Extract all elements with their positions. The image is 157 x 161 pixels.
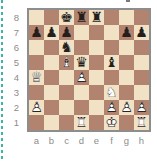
piece-outline: ♕ — [29, 70, 44, 85]
rank-label-2: 2 — [6, 100, 22, 115]
piece-outline: ♖ — [74, 115, 89, 130]
file-label-h: h — [134, 135, 149, 147]
square-h1[interactable]: ♜♖ — [134, 115, 149, 130]
file-label-d: d — [74, 135, 89, 147]
square-e2[interactable] — [89, 100, 104, 115]
square-b6[interactable] — [44, 40, 59, 55]
piece-outline: ♙ — [104, 100, 119, 115]
square-g7[interactable]: ♟ — [119, 25, 134, 40]
square-f3[interactable]: ♞♘ — [104, 85, 119, 100]
piece-outline: ♘ — [104, 85, 119, 100]
square-e5[interactable] — [89, 55, 104, 70]
square-h8[interactable] — [134, 10, 149, 25]
rank-labels: 87654321 — [6, 10, 22, 130]
square-b4[interactable] — [44, 70, 59, 85]
piece-black-rook-d8[interactable]: ♜ — [75, 10, 88, 25]
file-label-c: c — [59, 135, 74, 147]
square-f5[interactable]: ♝ — [104, 55, 119, 70]
square-c5[interactable]: ♝♗ — [59, 55, 74, 70]
square-d5[interactable]: ♛ — [74, 55, 89, 70]
piece-black-pawn-a7[interactable]: ♟ — [30, 25, 43, 40]
piece-white-pawn-h2[interactable]: ♟♙ — [134, 100, 149, 115]
rank-label-7: 7 — [6, 25, 22, 40]
square-d2[interactable] — [74, 100, 89, 115]
piece-black-pawn-b7[interactable]: ♟ — [45, 25, 58, 40]
square-c1[interactable] — [59, 115, 74, 130]
piece-outline: ♖ — [134, 115, 149, 130]
square-g2[interactable]: ♟♙ — [119, 100, 134, 115]
square-a7[interactable]: ♟ — [29, 25, 44, 40]
square-g4[interactable] — [119, 70, 134, 85]
square-d3[interactable] — [74, 85, 89, 100]
piece-outline: ♔ — [104, 115, 119, 130]
square-b1[interactable] — [44, 115, 59, 130]
square-e8[interactable]: ♜ — [89, 10, 104, 25]
square-h7[interactable]: ♟ — [134, 25, 149, 40]
square-b8[interactable] — [44, 10, 59, 25]
square-e6[interactable] — [89, 40, 104, 55]
piece-white-pawn-a2[interactable]: ♟♙ — [29, 100, 44, 115]
square-c7[interactable]: ♟ — [59, 25, 74, 40]
square-a8[interactable] — [29, 10, 44, 25]
chess-diagram: 87654321 ♚♜♜♟♟♟♟♟♞♝♗♛♝♛♕♟♙♞♘♟♙♟♙♟♙♟♙♜♖♚♔… — [0, 0, 157, 161]
square-f6[interactable] — [104, 40, 119, 55]
piece-black-pawn-h7[interactable]: ♟ — [135, 25, 148, 40]
piece-white-king-f1[interactable]: ♚♔ — [104, 115, 119, 130]
piece-white-rook-h1[interactable]: ♜♖ — [134, 115, 149, 130]
square-a5[interactable] — [29, 55, 44, 70]
square-g5[interactable] — [119, 55, 134, 70]
square-c2[interactable] — [59, 100, 74, 115]
file-label-f: f — [104, 135, 119, 147]
file-label-a: a — [29, 135, 44, 147]
square-g1[interactable] — [119, 115, 134, 130]
piece-black-knight-c6[interactable]: ♞ — [60, 40, 73, 55]
square-d1[interactable]: ♜♖ — [74, 115, 89, 130]
piece-white-queen-a4[interactable]: ♛♕ — [29, 70, 44, 85]
piece-white-pawn-g2[interactable]: ♟♙ — [119, 100, 134, 115]
rank-label-4: 4 — [6, 70, 22, 85]
square-b2[interactable] — [44, 100, 59, 115]
square-a3[interactable] — [29, 85, 44, 100]
square-h2[interactable]: ♟♙ — [134, 100, 149, 115]
square-e4[interactable] — [89, 70, 104, 85]
piece-white-knight-f3[interactable]: ♞♘ — [104, 85, 119, 100]
square-c8[interactable]: ♚ — [59, 10, 74, 25]
rank-label-3: 3 — [6, 85, 22, 100]
piece-black-pawn-g7[interactable]: ♟ — [120, 25, 133, 40]
square-b3[interactable] — [44, 85, 59, 100]
square-f2[interactable]: ♟♙ — [104, 100, 119, 115]
piece-outline: ♗ — [59, 55, 74, 70]
piece-white-bishop-c5[interactable]: ♝♗ — [59, 55, 74, 70]
square-c4[interactable] — [59, 70, 74, 85]
square-f1[interactable]: ♚♔ — [104, 115, 119, 130]
square-c6[interactable]: ♞ — [59, 40, 74, 55]
square-b5[interactable] — [44, 55, 59, 70]
square-a1[interactable] — [29, 115, 44, 130]
rank-label-5: 5 — [6, 55, 22, 70]
left-dashed-strip — [1, 0, 3, 161]
piece-black-king-c8[interactable]: ♚ — [60, 10, 73, 25]
square-c3[interactable] — [59, 85, 74, 100]
square-a4[interactable]: ♛♕ — [29, 70, 44, 85]
piece-outline: ♙ — [134, 100, 149, 115]
square-d8[interactable]: ♜ — [74, 10, 89, 25]
rank-label-1: 1 — [6, 115, 22, 130]
square-g8[interactable] — [119, 10, 134, 25]
square-e1[interactable] — [89, 115, 104, 130]
piece-outline: ♙ — [74, 70, 89, 85]
square-b7[interactable]: ♟ — [44, 25, 59, 40]
file-label-b: b — [44, 135, 59, 147]
piece-black-rook-e8[interactable]: ♜ — [90, 10, 103, 25]
square-a6[interactable] — [29, 40, 44, 55]
square-h3[interactable] — [134, 85, 149, 100]
square-e3[interactable] — [89, 85, 104, 100]
square-d6[interactable] — [74, 40, 89, 55]
square-h4[interactable] — [134, 70, 149, 85]
square-d4[interactable]: ♟♙ — [74, 70, 89, 85]
top-edge-text-fragment — [126, 0, 130, 2]
piece-black-bishop-f5[interactable]: ♝ — [105, 55, 118, 70]
square-f8[interactable] — [104, 10, 119, 25]
square-f7[interactable] — [104, 25, 119, 40]
file-label-e: e — [89, 135, 104, 147]
chess-board: ♚♜♜♟♟♟♟♟♞♝♗♛♝♛♕♟♙♞♘♟♙♟♙♟♙♟♙♜♖♚♔♜♖ — [27, 8, 151, 132]
square-h6[interactable] — [134, 40, 149, 55]
square-g3[interactable] — [119, 85, 134, 100]
square-f4[interactable] — [104, 70, 119, 85]
piece-white-rook-d1[interactable]: ♜♖ — [74, 115, 89, 130]
file-label-g: g — [119, 135, 134, 147]
rank-label-8: 8 — [6, 10, 22, 25]
piece-outline: ♙ — [119, 100, 134, 115]
square-d7[interactable] — [74, 25, 89, 40]
piece-black-queen-d5[interactable]: ♛ — [75, 55, 88, 70]
piece-white-pawn-f2[interactable]: ♟♙ — [104, 100, 119, 115]
square-a2[interactable]: ♟♙ — [29, 100, 44, 115]
file-labels: abcdefgh — [29, 135, 149, 147]
square-h5[interactable] — [134, 55, 149, 70]
piece-outline: ♙ — [29, 100, 44, 115]
square-e7[interactable] — [89, 25, 104, 40]
rank-label-6: 6 — [6, 40, 22, 55]
piece-white-pawn-d4[interactable]: ♟♙ — [74, 70, 89, 85]
piece-black-pawn-c7[interactable]: ♟ — [60, 25, 73, 40]
square-g6[interactable] — [119, 40, 134, 55]
